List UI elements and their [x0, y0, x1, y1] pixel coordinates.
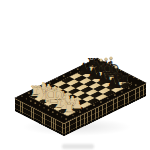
black-piece-light-finial [109, 57, 112, 60]
chess-set-photo: ♜♞♝♛♚♝♞♜♟♟♟♟♟♟♟♟♟♟♟♟♟♟♟♟♜♞♝♛♚♝♞♜ [0, 0, 150, 150]
chess-piece-black-pawn-h7[interactable]: ♟ [112, 79, 122, 91]
watermark [62, 144, 94, 149]
chess-piece-white-rook-h1[interactable]: ♜ [63, 100, 76, 114]
